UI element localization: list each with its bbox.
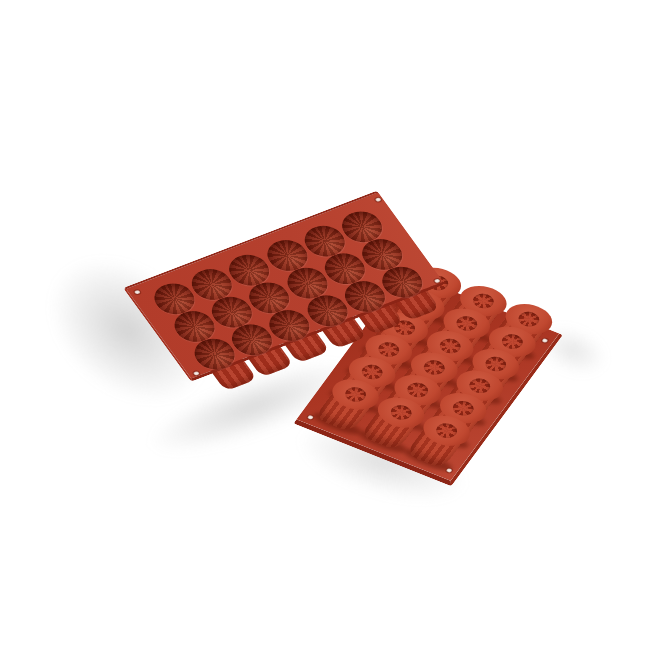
bump-dimple (453, 313, 481, 333)
bump-dimple (482, 354, 510, 374)
bump-dimple (432, 421, 460, 441)
bump-dimple (515, 309, 543, 329)
bump-dimple (437, 336, 465, 356)
bump-dimple (420, 358, 448, 378)
bump-dimple (358, 362, 386, 382)
product-photo (0, 0, 664, 664)
bump-dimple (342, 385, 370, 405)
corner-hole (541, 338, 548, 343)
bump-dimple (449, 398, 477, 418)
bump-dimple (387, 403, 415, 423)
bump-dimple (404, 380, 432, 400)
corner-hole (134, 290, 141, 295)
bump-dimple (375, 340, 403, 360)
corner-hole (434, 278, 441, 283)
bump-dimple (465, 376, 493, 396)
bump-dimple (470, 291, 498, 311)
bump-dimple (498, 331, 526, 351)
corner-hole (375, 197, 382, 202)
corner-hole (193, 371, 200, 376)
corner-hole (446, 468, 453, 473)
